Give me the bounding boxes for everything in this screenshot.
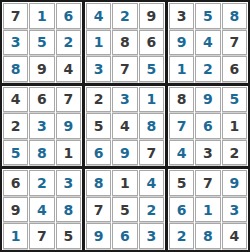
sudoku-cell[interactable]: 9 (29, 56, 54, 82)
sudoku-cell[interactable]: 3 (222, 197, 247, 223)
sudoku-cell[interactable]: 3 (56, 170, 81, 196)
sudoku-board: 7163528944291863753589471264672395812315… (0, 0, 250, 252)
sudoku-cell[interactable]: 2 (3, 113, 28, 139)
sudoku-cell[interactable]: 7 (3, 3, 28, 29)
sudoku-cell[interactable]: 9 (222, 170, 247, 196)
sudoku-cell[interactable]: 2 (169, 223, 194, 249)
sudoku-cell[interactable]: 7 (29, 223, 54, 249)
sudoku-cell[interactable]: 5 (139, 56, 164, 82)
sudoku-cell[interactable]: 6 (29, 87, 54, 113)
sudoku-cell[interactable]: 6 (139, 30, 164, 56)
sudoku-cell[interactable]: 4 (169, 140, 194, 166)
sudoku-cell[interactable]: 8 (112, 30, 137, 56)
sudoku-cell[interactable]: 6 (3, 170, 28, 196)
sudoku-cell[interactable]: 1 (56, 140, 81, 166)
sudoku-cell[interactable]: 8 (29, 140, 54, 166)
sudoku-cell[interactable]: 3 (112, 87, 137, 113)
sudoku-cell[interactable]: 4 (29, 197, 54, 223)
sudoku-cell[interactable]: 6 (195, 113, 220, 139)
sudoku-cell[interactable]: 8 (3, 56, 28, 82)
sudoku-cell[interactable]: 5 (86, 113, 111, 139)
sudoku-cell[interactable]: 3 (195, 140, 220, 166)
sudoku-cell[interactable]: 2 (139, 197, 164, 223)
sudoku-cell[interactable]: 8 (86, 170, 111, 196)
sudoku-cell[interactable]: 3 (29, 113, 54, 139)
sudoku-box: 467239581 (2, 86, 82, 167)
sudoku-cell[interactable]: 4 (112, 113, 137, 139)
sudoku-cell[interactable]: 6 (86, 140, 111, 166)
sudoku-cell[interactable]: 1 (3, 223, 28, 249)
sudoku-cell[interactable]: 1 (139, 87, 164, 113)
sudoku-cell[interactable]: 1 (112, 170, 137, 196)
sudoku-cell[interactable]: 7 (195, 170, 220, 196)
sudoku-box: 814752963 (85, 169, 165, 250)
sudoku-cell[interactable]: 1 (222, 113, 247, 139)
sudoku-cell[interactable]: 8 (56, 197, 81, 223)
sudoku-cell[interactable]: 5 (112, 197, 137, 223)
sudoku-cell[interactable]: 7 (222, 30, 247, 56)
sudoku-cell[interactable]: 1 (169, 56, 194, 82)
sudoku-cell[interactable]: 9 (169, 30, 194, 56)
sudoku-cell[interactable]: 2 (222, 140, 247, 166)
sudoku-cell[interactable]: 5 (195, 3, 220, 29)
sudoku-cell[interactable]: 5 (169, 170, 194, 196)
sudoku-cell[interactable]: 3 (139, 223, 164, 249)
sudoku-box: 579613284 (168, 169, 248, 250)
sudoku-cell[interactable]: 6 (169, 197, 194, 223)
sudoku-cell[interactable]: 8 (169, 87, 194, 113)
sudoku-cell[interactable]: 4 (139, 170, 164, 196)
sudoku-cell[interactable]: 4 (56, 56, 81, 82)
sudoku-cell[interactable]: 9 (139, 3, 164, 29)
sudoku-box: 429186375 (85, 2, 165, 83)
sudoku-cell[interactable]: 4 (195, 30, 220, 56)
sudoku-cell[interactable]: 7 (56, 87, 81, 113)
sudoku-cell[interactable]: 9 (195, 87, 220, 113)
sudoku-cell[interactable]: 6 (56, 3, 81, 29)
sudoku-cell[interactable]: 9 (86, 223, 111, 249)
sudoku-cell[interactable]: 2 (29, 170, 54, 196)
sudoku-cell[interactable]: 2 (112, 3, 137, 29)
sudoku-cell[interactable]: 3 (3, 30, 28, 56)
sudoku-cell[interactable]: 7 (86, 197, 111, 223)
sudoku-cell[interactable]: 7 (169, 113, 194, 139)
sudoku-cell[interactable]: 6 (112, 223, 137, 249)
sudoku-cell[interactable]: 2 (195, 56, 220, 82)
sudoku-cell[interactable]: 7 (112, 56, 137, 82)
sudoku-cell[interactable]: 1 (29, 3, 54, 29)
sudoku-cell[interactable]: 8 (139, 113, 164, 139)
sudoku-cell[interactable]: 3 (86, 56, 111, 82)
sudoku-cell[interactable]: 7 (139, 140, 164, 166)
sudoku-cell[interactable]: 2 (86, 87, 111, 113)
sudoku-cell[interactable]: 8 (195, 223, 220, 249)
sudoku-cell[interactable]: 5 (56, 223, 81, 249)
sudoku-cell[interactable]: 4 (86, 3, 111, 29)
sudoku-cell[interactable]: 2 (56, 30, 81, 56)
sudoku-cell[interactable]: 9 (112, 140, 137, 166)
sudoku-box: 623948175 (2, 169, 82, 250)
sudoku-cell[interactable]: 1 (86, 30, 111, 56)
sudoku-cell[interactable]: 9 (3, 197, 28, 223)
sudoku-cell[interactable]: 3 (169, 3, 194, 29)
sudoku-cell[interactable]: 1 (195, 197, 220, 223)
sudoku-cell[interactable]: 9 (56, 113, 81, 139)
sudoku-cell[interactable]: 4 (222, 223, 247, 249)
sudoku-cell[interactable]: 5 (29, 30, 54, 56)
sudoku-cell[interactable]: 5 (3, 140, 28, 166)
sudoku-box: 231548697 (85, 86, 165, 167)
sudoku-cell[interactable]: 4 (3, 87, 28, 113)
sudoku-cell[interactable]: 6 (222, 56, 247, 82)
sudoku-cell[interactable]: 8 (222, 3, 247, 29)
sudoku-box: 895761432 (168, 86, 248, 167)
sudoku-box: 716352894 (2, 2, 82, 83)
sudoku-cell[interactable]: 5 (222, 87, 247, 113)
sudoku-box: 358947126 (168, 2, 248, 83)
